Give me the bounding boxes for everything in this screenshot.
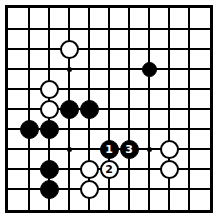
star-point: [67, 147, 72, 152]
black-stone: [142, 62, 157, 77]
grid-line-horizontal: [8, 28, 211, 30]
black-stone: [80, 100, 99, 119]
white-stone: [160, 160, 179, 179]
grid-line-horizontal: [8, 108, 211, 110]
white-stone: [80, 180, 99, 199]
star-point: [67, 67, 72, 72]
white-stone: [40, 80, 59, 99]
white-stone: [80, 160, 99, 179]
black-stone: [40, 120, 59, 139]
go-board: 132: [0, 0, 220, 220]
grid-line-horizontal: [8, 68, 211, 70]
black-stone: [20, 120, 39, 139]
grid-line-horizontal: [8, 48, 211, 50]
move-stone-1: 1: [100, 140, 119, 159]
grid-line-horizontal: [8, 188, 211, 190]
move-stone-2: 2: [100, 160, 119, 179]
grid-line-horizontal: [8, 88, 211, 90]
move-stone-3: 3: [120, 140, 139, 159]
white-stone: [60, 40, 79, 59]
white-stone: [40, 100, 59, 119]
white-stone: [160, 140, 179, 159]
black-stone: [60, 100, 79, 119]
star-point: [147, 147, 152, 152]
black-stone: [40, 180, 59, 199]
black-stone: [40, 160, 59, 179]
